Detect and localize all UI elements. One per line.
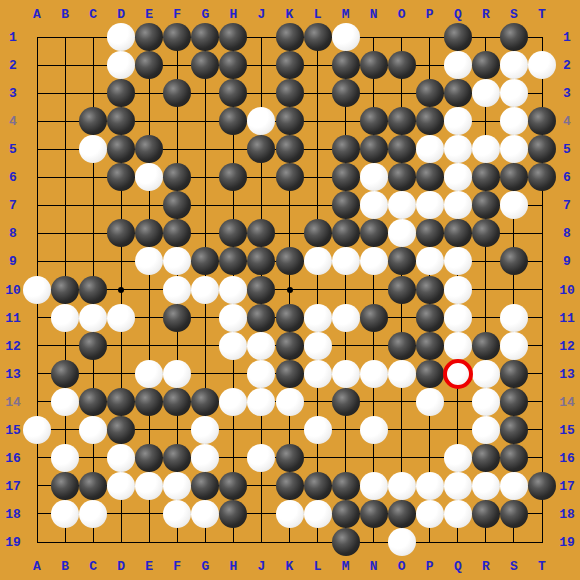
stone-black[interactable] bbox=[500, 247, 528, 275]
stone-black[interactable] bbox=[360, 51, 388, 79]
stone-black[interactable] bbox=[51, 360, 79, 388]
stone-white[interactable] bbox=[247, 360, 275, 388]
stone-black[interactable] bbox=[416, 163, 444, 191]
stone-black[interactable] bbox=[444, 219, 472, 247]
column-label-bottom: S bbox=[510, 559, 518, 574]
stone-black[interactable] bbox=[276, 51, 304, 79]
column-label-top: L bbox=[314, 7, 322, 22]
stone-white[interactable] bbox=[304, 416, 332, 444]
stone-white[interactable] bbox=[163, 500, 191, 528]
row-label-right: 18 bbox=[559, 506, 575, 521]
column-label-top: Q bbox=[454, 7, 462, 22]
row-label-left: 13 bbox=[5, 366, 21, 381]
star-point bbox=[287, 287, 293, 293]
stone-black[interactable] bbox=[219, 107, 247, 135]
stone-white[interactable] bbox=[500, 107, 528, 135]
stone-white[interactable] bbox=[332, 360, 360, 388]
stone-black[interactable] bbox=[388, 332, 416, 360]
row-label-left: 19 bbox=[5, 535, 21, 550]
stone-black[interactable] bbox=[304, 472, 332, 500]
stone-black[interactable] bbox=[163, 444, 191, 472]
stone-black[interactable] bbox=[276, 472, 304, 500]
stone-black[interactable] bbox=[472, 444, 500, 472]
stone-black[interactable] bbox=[191, 472, 219, 500]
stone-white[interactable] bbox=[51, 500, 79, 528]
stone-white[interactable] bbox=[388, 472, 416, 500]
stone-black[interactable] bbox=[79, 332, 107, 360]
stone-black[interactable] bbox=[276, 332, 304, 360]
stone-white[interactable] bbox=[304, 500, 332, 528]
stone-white[interactable] bbox=[191, 444, 219, 472]
stone-white[interactable] bbox=[163, 472, 191, 500]
stone-black[interactable] bbox=[332, 51, 360, 79]
stone-white[interactable] bbox=[107, 23, 135, 51]
row-label-right: 13 bbox=[559, 366, 575, 381]
row-label-left: 5 bbox=[9, 142, 17, 157]
stone-white[interactable] bbox=[444, 247, 472, 275]
stone-black[interactable] bbox=[163, 191, 191, 219]
stone-white[interactable] bbox=[191, 416, 219, 444]
row-label-right: 1 bbox=[563, 30, 571, 45]
stone-black[interactable] bbox=[416, 79, 444, 107]
column-label-bottom: G bbox=[201, 559, 209, 574]
stone-black[interactable] bbox=[472, 191, 500, 219]
stone-white[interactable] bbox=[444, 191, 472, 219]
stone-black[interactable] bbox=[163, 23, 191, 51]
stone-black[interactable] bbox=[219, 163, 247, 191]
stone-white[interactable] bbox=[163, 360, 191, 388]
stone-black[interactable] bbox=[79, 107, 107, 135]
stone-black[interactable] bbox=[163, 163, 191, 191]
column-label-bottom: Q bbox=[454, 559, 462, 574]
row-label-left: 15 bbox=[5, 422, 21, 437]
stone-black[interactable] bbox=[472, 500, 500, 528]
column-label-bottom: H bbox=[229, 559, 237, 574]
stone-white[interactable] bbox=[360, 360, 388, 388]
star-point bbox=[118, 287, 124, 293]
row-label-right: 10 bbox=[559, 282, 575, 297]
stone-white[interactable] bbox=[79, 416, 107, 444]
stone-white[interactable] bbox=[332, 247, 360, 275]
stone-black[interactable] bbox=[388, 51, 416, 79]
stone-white[interactable] bbox=[472, 135, 500, 163]
stone-black[interactable] bbox=[107, 135, 135, 163]
column-label-top: O bbox=[398, 7, 406, 22]
stone-black[interactable] bbox=[332, 191, 360, 219]
stone-white[interactable] bbox=[472, 416, 500, 444]
stone-black[interactable] bbox=[219, 23, 247, 51]
stone-black[interactable] bbox=[500, 360, 528, 388]
stone-white[interactable] bbox=[304, 360, 332, 388]
stone-black[interactable] bbox=[304, 219, 332, 247]
stone-white[interactable] bbox=[219, 304, 247, 332]
column-label-bottom: O bbox=[398, 559, 406, 574]
stone-black[interactable] bbox=[79, 472, 107, 500]
stone-black[interactable] bbox=[416, 107, 444, 135]
column-label-top: F bbox=[173, 7, 181, 22]
stone-white[interactable] bbox=[444, 304, 472, 332]
stone-white[interactable] bbox=[388, 191, 416, 219]
stone-black[interactable] bbox=[276, 23, 304, 51]
stone-white[interactable] bbox=[360, 416, 388, 444]
row-label-left: 1 bbox=[9, 30, 17, 45]
stone-black[interactable] bbox=[247, 135, 275, 163]
stone-black[interactable] bbox=[472, 332, 500, 360]
stone-white[interactable] bbox=[332, 304, 360, 332]
stone-black[interactable] bbox=[135, 388, 163, 416]
column-label-top: T bbox=[538, 7, 546, 22]
stone-white[interactable] bbox=[163, 247, 191, 275]
stone-black[interactable] bbox=[276, 444, 304, 472]
column-label-bottom: K bbox=[286, 559, 294, 574]
stone-white[interactable] bbox=[247, 332, 275, 360]
stone-black[interactable] bbox=[360, 500, 388, 528]
stone-black[interactable] bbox=[500, 500, 528, 528]
row-label-right: 17 bbox=[559, 478, 575, 493]
stone-black[interactable] bbox=[360, 304, 388, 332]
stone-black[interactable] bbox=[528, 107, 556, 135]
column-label-top: S bbox=[510, 7, 518, 22]
stone-black[interactable] bbox=[416, 276, 444, 304]
stone-black[interactable] bbox=[528, 135, 556, 163]
stone-black[interactable] bbox=[332, 388, 360, 416]
row-label-left: 18 bbox=[5, 506, 21, 521]
stone-white[interactable] bbox=[416, 135, 444, 163]
column-label-top: A bbox=[33, 7, 41, 22]
row-label-left: 3 bbox=[9, 86, 17, 101]
stone-black[interactable] bbox=[472, 51, 500, 79]
stone-white[interactable] bbox=[500, 304, 528, 332]
stone-white[interactable] bbox=[416, 247, 444, 275]
row-label-right: 8 bbox=[563, 226, 571, 241]
row-label-left: 6 bbox=[9, 170, 17, 185]
stone-black[interactable] bbox=[219, 247, 247, 275]
row-label-left: 2 bbox=[9, 58, 17, 73]
stone-white[interactable] bbox=[79, 135, 107, 163]
stone-white[interactable] bbox=[276, 500, 304, 528]
column-label-top: C bbox=[89, 7, 97, 22]
stone-black[interactable] bbox=[332, 79, 360, 107]
stone-white[interactable] bbox=[444, 444, 472, 472]
stone-white[interactable] bbox=[51, 388, 79, 416]
column-label-top: E bbox=[145, 7, 153, 22]
stone-white[interactable] bbox=[163, 276, 191, 304]
row-label-right: 19 bbox=[559, 535, 575, 550]
column-label-bottom: J bbox=[258, 559, 266, 574]
stone-black[interactable] bbox=[191, 23, 219, 51]
stone-black[interactable] bbox=[219, 219, 247, 247]
stone-white[interactable] bbox=[79, 500, 107, 528]
column-label-top: M bbox=[342, 7, 350, 22]
stone-black[interactable] bbox=[500, 444, 528, 472]
stone-black[interactable] bbox=[332, 135, 360, 163]
stone-black[interactable] bbox=[107, 219, 135, 247]
stone-black[interactable] bbox=[304, 23, 332, 51]
stone-white[interactable] bbox=[107, 51, 135, 79]
stone-black[interactable] bbox=[219, 500, 247, 528]
stone-black[interactable] bbox=[51, 276, 79, 304]
stone-black[interactable] bbox=[472, 219, 500, 247]
column-label-top: H bbox=[229, 7, 237, 22]
stone-black[interactable] bbox=[107, 388, 135, 416]
stone-black[interactable] bbox=[135, 219, 163, 247]
stone-white[interactable] bbox=[247, 107, 275, 135]
column-label-top: D bbox=[117, 7, 125, 22]
stone-white[interactable] bbox=[247, 444, 275, 472]
column-label-bottom: E bbox=[145, 559, 153, 574]
column-label-bottom: C bbox=[89, 559, 97, 574]
stone-white[interactable] bbox=[332, 23, 360, 51]
stone-black[interactable] bbox=[332, 163, 360, 191]
row-label-left: 14 bbox=[5, 394, 21, 409]
stone-black[interactable] bbox=[416, 304, 444, 332]
stone-white[interactable] bbox=[500, 191, 528, 219]
stone-white[interactable] bbox=[107, 304, 135, 332]
column-label-bottom: L bbox=[314, 559, 322, 574]
stone-white[interactable] bbox=[51, 444, 79, 472]
stone-black[interactable] bbox=[388, 107, 416, 135]
column-label-bottom: R bbox=[482, 559, 490, 574]
stone-white[interactable] bbox=[388, 219, 416, 247]
stone-black[interactable] bbox=[388, 500, 416, 528]
stone-white[interactable] bbox=[444, 332, 472, 360]
column-label-top: J bbox=[258, 7, 266, 22]
row-label-right: 7 bbox=[563, 198, 571, 213]
column-label-bottom: N bbox=[370, 559, 378, 574]
stone-black[interactable] bbox=[416, 360, 444, 388]
stone-black[interactable] bbox=[528, 163, 556, 191]
row-label-left: 8 bbox=[9, 226, 17, 241]
stone-black[interactable] bbox=[276, 79, 304, 107]
stone-white[interactable] bbox=[500, 51, 528, 79]
stone-white[interactable] bbox=[416, 472, 444, 500]
column-label-bottom: D bbox=[117, 559, 125, 574]
stone-white[interactable] bbox=[304, 332, 332, 360]
stone-black[interactable] bbox=[163, 219, 191, 247]
grid-line-vertical bbox=[317, 37, 318, 543]
row-label-right: 6 bbox=[563, 170, 571, 185]
stone-white[interactable] bbox=[500, 472, 528, 500]
stone-black[interactable] bbox=[107, 416, 135, 444]
stone-white[interactable] bbox=[23, 416, 51, 444]
stone-black[interactable] bbox=[388, 276, 416, 304]
stone-black[interactable] bbox=[388, 163, 416, 191]
column-label-bottom: M bbox=[342, 559, 350, 574]
grid-line-horizontal bbox=[37, 542, 543, 543]
stone-white[interactable] bbox=[304, 304, 332, 332]
stone-white[interactable] bbox=[500, 135, 528, 163]
row-label-left: 16 bbox=[5, 450, 21, 465]
row-label-left: 9 bbox=[9, 254, 17, 269]
stone-white[interactable] bbox=[472, 79, 500, 107]
stone-white[interactable] bbox=[444, 472, 472, 500]
row-label-left: 17 bbox=[5, 478, 21, 493]
stone-black[interactable] bbox=[332, 500, 360, 528]
row-label-left: 7 bbox=[9, 198, 17, 213]
row-label-right: 12 bbox=[559, 338, 575, 353]
stone-black[interactable] bbox=[360, 219, 388, 247]
column-label-bottom: T bbox=[538, 559, 546, 574]
stone-white[interactable] bbox=[360, 163, 388, 191]
stone-black[interactable] bbox=[191, 388, 219, 416]
row-label-right: 2 bbox=[563, 58, 571, 73]
row-label-right: 16 bbox=[559, 450, 575, 465]
stone-black[interactable] bbox=[107, 163, 135, 191]
stone-white[interactable] bbox=[219, 332, 247, 360]
stone-black[interactable] bbox=[135, 23, 163, 51]
stone-white[interactable] bbox=[528, 51, 556, 79]
stone-white[interactable] bbox=[416, 388, 444, 416]
stone-white[interactable] bbox=[191, 500, 219, 528]
stone-black[interactable] bbox=[360, 135, 388, 163]
stone-black[interactable] bbox=[247, 276, 275, 304]
stone-black[interactable] bbox=[444, 79, 472, 107]
stone-white[interactable] bbox=[444, 107, 472, 135]
row-label-right: 11 bbox=[559, 310, 575, 325]
stone-white[interactable] bbox=[472, 388, 500, 416]
stone-black[interactable] bbox=[107, 79, 135, 107]
stone-black[interactable] bbox=[332, 219, 360, 247]
column-label-top: N bbox=[370, 7, 378, 22]
stone-black[interactable] bbox=[191, 51, 219, 79]
stone-black[interactable] bbox=[107, 107, 135, 135]
stone-black[interactable] bbox=[219, 51, 247, 79]
stone-white[interactable] bbox=[416, 500, 444, 528]
stone-white[interactable] bbox=[360, 191, 388, 219]
stone-white[interactable] bbox=[219, 388, 247, 416]
row-label-left: 11 bbox=[5, 310, 21, 325]
stone-black[interactable] bbox=[388, 247, 416, 275]
row-label-right: 4 bbox=[563, 114, 571, 129]
stone-white[interactable] bbox=[360, 472, 388, 500]
stone-white[interactable] bbox=[360, 247, 388, 275]
column-label-bottom: A bbox=[33, 559, 41, 574]
stone-white[interactable] bbox=[276, 388, 304, 416]
row-label-left: 12 bbox=[5, 338, 21, 353]
stone-white[interactable] bbox=[219, 276, 247, 304]
column-label-bottom: P bbox=[426, 559, 434, 574]
stone-white[interactable] bbox=[444, 51, 472, 79]
stone-white[interactable] bbox=[23, 276, 51, 304]
stone-black[interactable] bbox=[276, 107, 304, 135]
row-label-right: 14 bbox=[559, 394, 575, 409]
stone-black[interactable] bbox=[500, 23, 528, 51]
row-label-right: 15 bbox=[559, 422, 575, 437]
stone-black[interactable] bbox=[191, 247, 219, 275]
stone-black[interactable] bbox=[500, 163, 528, 191]
stone-white[interactable] bbox=[444, 500, 472, 528]
stone-black[interactable] bbox=[135, 444, 163, 472]
stone-black[interactable] bbox=[247, 304, 275, 332]
stone-white[interactable] bbox=[416, 191, 444, 219]
stone-black[interactable] bbox=[388, 135, 416, 163]
stone-black[interactable] bbox=[500, 388, 528, 416]
row-label-right: 3 bbox=[563, 86, 571, 101]
stone-black[interactable] bbox=[276, 360, 304, 388]
stone-black[interactable] bbox=[332, 528, 360, 556]
last-move-marker bbox=[443, 359, 473, 389]
stone-black[interactable] bbox=[276, 247, 304, 275]
stone-black[interactable] bbox=[247, 219, 275, 247]
column-label-top: P bbox=[426, 7, 434, 22]
stone-black[interactable] bbox=[219, 79, 247, 107]
stone-black[interactable] bbox=[276, 135, 304, 163]
stone-white[interactable] bbox=[135, 163, 163, 191]
stone-white[interactable] bbox=[444, 276, 472, 304]
stone-black[interactable] bbox=[247, 247, 275, 275]
stone-white[interactable] bbox=[107, 444, 135, 472]
stone-black[interactable] bbox=[500, 416, 528, 444]
row-label-right: 9 bbox=[563, 254, 571, 269]
stone-black[interactable] bbox=[360, 107, 388, 135]
stone-black[interactable] bbox=[163, 388, 191, 416]
stone-black[interactable] bbox=[444, 23, 472, 51]
go-app-screen: AABBCCDDEEFFGGHHJJKKLLMMNNOOPPQQRRSSTT11… bbox=[0, 0, 580, 580]
stone-white[interactable] bbox=[51, 304, 79, 332]
column-label-bottom: F bbox=[173, 559, 181, 574]
stone-white[interactable] bbox=[388, 360, 416, 388]
stone-black[interactable] bbox=[135, 135, 163, 163]
stone-white[interactable] bbox=[247, 388, 275, 416]
stone-black[interactable] bbox=[219, 472, 247, 500]
stone-white[interactable] bbox=[107, 472, 135, 500]
go-board[interactable]: AABBCCDDEEFFGGHHJJKKLLMMNNOOPPQQRRSSTT11… bbox=[0, 0, 580, 580]
column-label-top: B bbox=[61, 7, 69, 22]
stone-white[interactable] bbox=[191, 276, 219, 304]
stone-black[interactable] bbox=[472, 163, 500, 191]
stone-white[interactable] bbox=[388, 528, 416, 556]
stone-white[interactable] bbox=[135, 360, 163, 388]
column-label-top: K bbox=[286, 7, 294, 22]
stone-white[interactable] bbox=[472, 472, 500, 500]
stone-white[interactable] bbox=[500, 332, 528, 360]
stone-black[interactable] bbox=[276, 163, 304, 191]
stone-black[interactable] bbox=[79, 276, 107, 304]
stone-white[interactable] bbox=[79, 304, 107, 332]
stone-black[interactable] bbox=[135, 51, 163, 79]
stone-black[interactable] bbox=[528, 472, 556, 500]
stone-black[interactable] bbox=[416, 332, 444, 360]
stone-white[interactable] bbox=[304, 247, 332, 275]
stone-white[interactable] bbox=[135, 247, 163, 275]
column-label-bottom: B bbox=[61, 559, 69, 574]
stone-black[interactable] bbox=[163, 304, 191, 332]
column-label-top: G bbox=[201, 7, 209, 22]
row-label-left: 10 bbox=[5, 282, 21, 297]
stone-black[interactable] bbox=[51, 472, 79, 500]
stone-white[interactable] bbox=[135, 472, 163, 500]
stone-black[interactable] bbox=[79, 388, 107, 416]
column-label-top: R bbox=[482, 7, 490, 22]
stone-black[interactable] bbox=[416, 219, 444, 247]
stone-black[interactable] bbox=[332, 472, 360, 500]
row-label-right: 5 bbox=[563, 142, 571, 157]
grid-line-vertical bbox=[345, 37, 346, 543]
row-label-left: 4 bbox=[9, 114, 17, 129]
stone-white[interactable] bbox=[500, 79, 528, 107]
stone-black[interactable] bbox=[163, 79, 191, 107]
stone-white[interactable] bbox=[444, 135, 472, 163]
stone-black[interactable] bbox=[276, 304, 304, 332]
stone-white[interactable] bbox=[472, 360, 500, 388]
stone-white[interactable] bbox=[444, 163, 472, 191]
